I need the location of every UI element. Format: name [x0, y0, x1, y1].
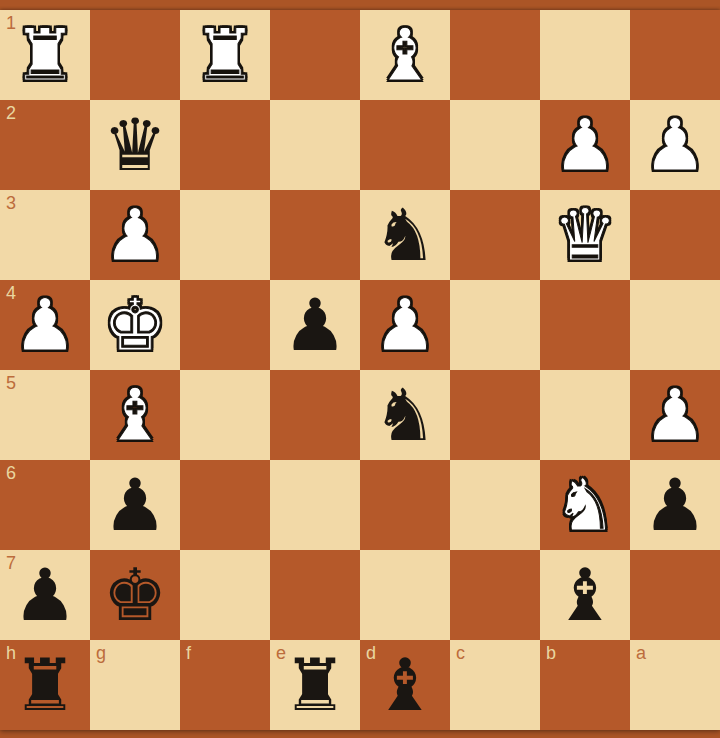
square-a5[interactable]: ♟ [630, 370, 720, 460]
square-g3[interactable]: ♟ [90, 190, 180, 280]
square-c5[interactable] [450, 370, 540, 460]
square-g6[interactable]: ♟ [90, 460, 180, 550]
white-knight[interactable]: ♞ [553, 460, 618, 550]
square-g7[interactable]: ♚ [90, 550, 180, 640]
square-f1[interactable]: ♜ [180, 10, 270, 100]
square-e3[interactable] [270, 190, 360, 280]
rank-label: 1 [6, 14, 16, 32]
file-label: f [186, 644, 191, 662]
rank-label: 5 [6, 374, 16, 392]
square-d5[interactable]: ♞ [360, 370, 450, 460]
square-f3[interactable] [180, 190, 270, 280]
chess-app-background: 1♜♜♝2♛♟♟3♟♞♛4♟♚♟♟5♝♞♟6♟♞♟7♟♚♝h♜gfe♜d♝cba [0, 0, 720, 738]
square-a4[interactable] [630, 280, 720, 370]
square-a8[interactable]: a [630, 640, 720, 730]
black-knight[interactable]: ♞ [373, 370, 438, 460]
white-rook[interactable]: ♜ [193, 10, 258, 100]
white-bishop[interactable]: ♝ [373, 10, 438, 100]
black-pawn[interactable]: ♟ [13, 550, 78, 640]
square-g5[interactable]: ♝ [90, 370, 180, 460]
white-pawn[interactable]: ♟ [643, 370, 708, 460]
square-e6[interactable] [270, 460, 360, 550]
square-a6[interactable]: ♟ [630, 460, 720, 550]
square-f8[interactable]: f [180, 640, 270, 730]
square-b1[interactable] [540, 10, 630, 100]
square-d7[interactable] [360, 550, 450, 640]
square-e4[interactable]: ♟ [270, 280, 360, 370]
square-d1[interactable]: ♝ [360, 10, 450, 100]
black-bishop[interactable]: ♝ [373, 640, 438, 730]
rank-label: 6 [6, 464, 16, 482]
black-queen[interactable]: ♛ [103, 100, 168, 190]
file-label: d [366, 644, 376, 662]
rank-label: 2 [6, 104, 16, 122]
square-d8[interactable]: d♝ [360, 640, 450, 730]
rank-label: 7 [6, 554, 16, 572]
file-label: a [636, 644, 646, 662]
square-c7[interactable] [450, 550, 540, 640]
square-h1[interactable]: 1♜ [0, 10, 90, 100]
square-e1[interactable] [270, 10, 360, 100]
file-label: e [276, 644, 286, 662]
square-e8[interactable]: e♜ [270, 640, 360, 730]
square-g2[interactable]: ♛ [90, 100, 180, 190]
square-h3[interactable]: 3 [0, 190, 90, 280]
square-g1[interactable] [90, 10, 180, 100]
square-h2[interactable]: 2 [0, 100, 90, 190]
black-pawn[interactable]: ♟ [103, 460, 168, 550]
square-g8[interactable]: g [90, 640, 180, 730]
white-rook[interactable]: ♜ [13, 10, 78, 100]
square-b4[interactable] [540, 280, 630, 370]
white-pawn[interactable]: ♟ [373, 280, 438, 370]
square-b6[interactable]: ♞ [540, 460, 630, 550]
file-label: b [546, 644, 556, 662]
square-f4[interactable] [180, 280, 270, 370]
square-a3[interactable] [630, 190, 720, 280]
black-rook[interactable]: ♜ [283, 640, 348, 730]
file-label: h [6, 644, 16, 662]
square-b5[interactable] [540, 370, 630, 460]
rank-label: 4 [6, 284, 16, 302]
black-pawn[interactable]: ♟ [283, 280, 348, 370]
square-c8[interactable]: c [450, 640, 540, 730]
square-g4[interactable]: ♚ [90, 280, 180, 370]
file-label: c [456, 644, 465, 662]
square-h8[interactable]: h♜ [0, 640, 90, 730]
white-king[interactable]: ♚ [103, 280, 168, 370]
black-pawn[interactable]: ♟ [643, 460, 708, 550]
square-c4[interactable] [450, 280, 540, 370]
square-h5[interactable]: 5 [0, 370, 90, 460]
white-pawn[interactable]: ♟ [103, 190, 168, 280]
square-d3[interactable]: ♞ [360, 190, 450, 280]
square-a2[interactable]: ♟ [630, 100, 720, 190]
file-label: g [96, 644, 106, 662]
white-queen[interactable]: ♛ [553, 190, 618, 280]
square-c1[interactable] [450, 10, 540, 100]
square-b2[interactable]: ♟ [540, 100, 630, 190]
square-h4[interactable]: 4♟ [0, 280, 90, 370]
black-knight[interactable]: ♞ [373, 190, 438, 280]
square-a7[interactable] [630, 550, 720, 640]
square-b8[interactable]: b [540, 640, 630, 730]
square-f7[interactable] [180, 550, 270, 640]
black-bishop[interactable]: ♝ [553, 550, 618, 640]
square-e5[interactable] [270, 370, 360, 460]
square-c2[interactable] [450, 100, 540, 190]
square-f5[interactable] [180, 370, 270, 460]
rank-label: 3 [6, 194, 16, 212]
white-bishop[interactable]: ♝ [103, 370, 168, 460]
chess-board: 1♜♜♝2♛♟♟3♟♞♛4♟♚♟♟5♝♞♟6♟♞♟7♟♚♝h♜gfe♜d♝cba [0, 10, 720, 730]
black-rook[interactable]: ♜ [13, 640, 78, 730]
square-d4[interactable]: ♟ [360, 280, 450, 370]
white-pawn[interactable]: ♟ [643, 100, 708, 190]
square-h6[interactable]: 6 [0, 460, 90, 550]
square-b7[interactable]: ♝ [540, 550, 630, 640]
square-a1[interactable] [630, 10, 720, 100]
square-d6[interactable] [360, 460, 450, 550]
square-e2[interactable] [270, 100, 360, 190]
square-h7[interactable]: 7♟ [0, 550, 90, 640]
square-c6[interactable] [450, 460, 540, 550]
square-b3[interactable]: ♛ [540, 190, 630, 280]
black-king[interactable]: ♚ [103, 550, 168, 640]
white-pawn[interactable]: ♟ [13, 280, 78, 370]
square-f6[interactable] [180, 460, 270, 550]
square-d2[interactable] [360, 100, 450, 190]
square-e7[interactable] [270, 550, 360, 640]
square-c3[interactable] [450, 190, 540, 280]
white-pawn[interactable]: ♟ [553, 100, 618, 190]
square-f2[interactable] [180, 100, 270, 190]
